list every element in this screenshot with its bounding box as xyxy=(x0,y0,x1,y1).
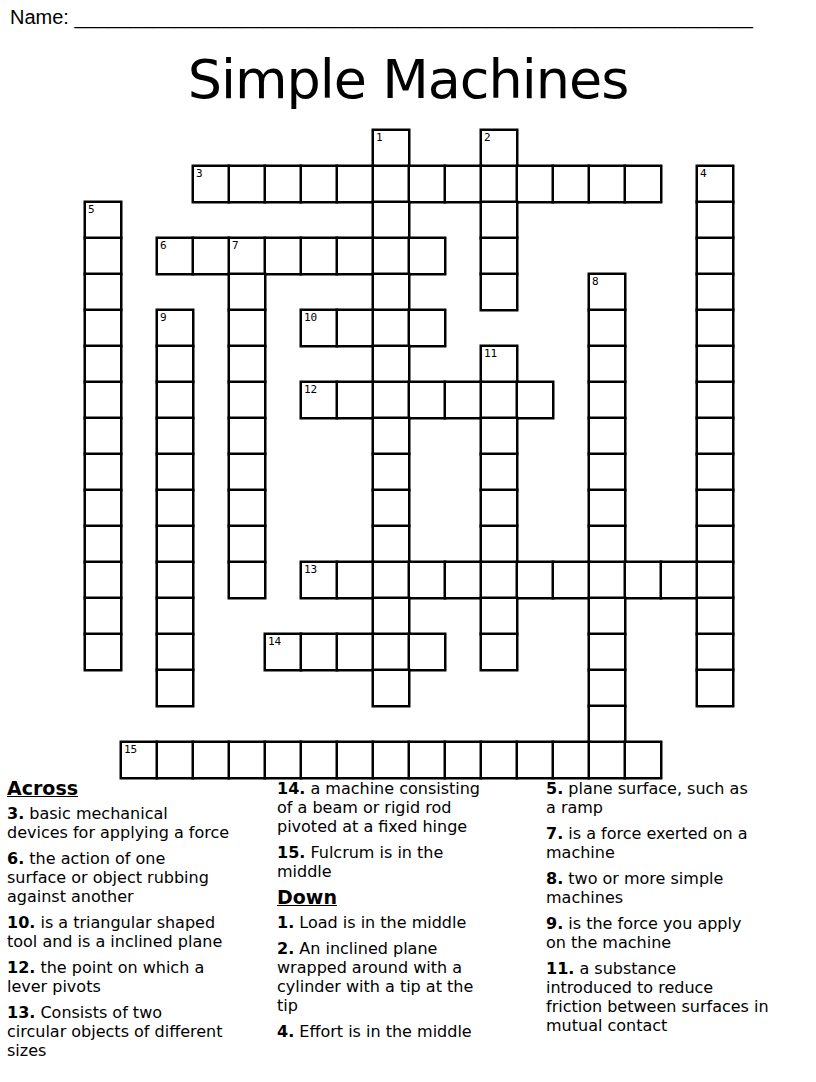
grid-cell-r1c3[interactable]: 3 xyxy=(193,166,229,202)
grid-cell-r14c17[interactable] xyxy=(697,634,733,670)
grid-clue-number-13: 13 xyxy=(304,563,317,576)
page-title: Simple Machines xyxy=(0,48,816,111)
grid-cell-r14c7[interactable] xyxy=(337,634,373,670)
grid-cell-r9c0[interactable] xyxy=(85,454,121,490)
grid-cell-r14c8[interactable] xyxy=(373,634,409,670)
down-header: Down xyxy=(277,888,541,907)
clue-across-14: 14. a machine consisting of a beam or ri… xyxy=(277,779,541,836)
clue-down-5: 5. plane surface, such as a ramp xyxy=(546,779,812,817)
grid-cell-r9c11[interactable] xyxy=(481,454,517,490)
grid-clue-number-8: 8 xyxy=(592,275,599,288)
grid-cell-r7c9[interactable] xyxy=(409,382,445,418)
grid-cell-r3c8[interactable] xyxy=(373,238,409,274)
clue-down-7: 7. is a force exerted on a machine xyxy=(546,824,812,862)
grid-cell-r8c11[interactable] xyxy=(481,418,517,454)
clue-number: 2. xyxy=(277,939,294,958)
grid-cell-r3c4[interactable]: 7 xyxy=(229,238,265,274)
grid-cell-r8c14[interactable] xyxy=(589,418,625,454)
clue-text: is the force you apply on the machine xyxy=(546,914,741,952)
grid-cell-r11c8[interactable] xyxy=(373,526,409,562)
grid-cell-r17c3[interactable] xyxy=(193,742,229,778)
grid-cell-r13c17[interactable] xyxy=(697,598,733,634)
clue-number: 4. xyxy=(277,1022,294,1041)
grid-cell-r2c8[interactable] xyxy=(373,202,409,238)
grid-cell-r13c11[interactable] xyxy=(481,598,517,634)
grid-cell-r9c14[interactable] xyxy=(589,454,625,490)
grid-clue-number-1: 1 xyxy=(376,131,383,144)
clue-number: 3. xyxy=(7,804,24,823)
clue-across-3: 3. basic mechanical devices for applying… xyxy=(7,804,275,842)
grid-cell-r14c0[interactable] xyxy=(85,634,121,670)
grid-cell-r7c10[interactable] xyxy=(445,382,481,418)
clue-number: 10. xyxy=(7,913,35,932)
grid-cell-r5c8[interactable] xyxy=(373,310,409,346)
grid-cell-r6c2[interactable] xyxy=(157,346,193,382)
grid-cell-r0c11[interactable]: 2 xyxy=(481,130,517,166)
grid-clue-number-14: 14 xyxy=(268,635,281,648)
grid-cell-r4c14[interactable]: 8 xyxy=(589,274,625,310)
grid-cell-r12c9[interactable] xyxy=(409,562,445,598)
grid-cell-r6c11[interactable]: 11 xyxy=(481,346,517,382)
grid-cell-r1c12[interactable] xyxy=(517,166,553,202)
clue-text: Load is in the middle xyxy=(294,913,466,932)
grid-cell-r3c7[interactable] xyxy=(337,238,373,274)
name-line: Name: __________________________________… xyxy=(10,6,753,29)
grid-cell-r4c8[interactable] xyxy=(373,274,409,310)
grid-cell-r3c17[interactable] xyxy=(697,238,733,274)
grid-cell-r12c10[interactable] xyxy=(445,562,481,598)
grid-cell-r8c2[interactable] xyxy=(157,418,193,454)
grid-cell-r11c17[interactable] xyxy=(697,526,733,562)
worksheet-page: Name: __________________________________… xyxy=(0,0,816,1082)
grid-cell-r1c9[interactable] xyxy=(409,166,445,202)
grid-cell-r12c0[interactable] xyxy=(85,562,121,598)
grid-cell-r5c14[interactable] xyxy=(589,310,625,346)
grid-cell-r10c14[interactable] xyxy=(589,490,625,526)
clue-text: a substance introduced to reduce frictio… xyxy=(546,959,769,1035)
clue-down-9: 9. is the force you apply on the machine xyxy=(546,914,812,952)
grid-cell-r17c10[interactable] xyxy=(445,742,481,778)
grid-cell-r5c7[interactable] xyxy=(337,310,373,346)
clue-down-2: 2. An inclined plane wrapped around with… xyxy=(277,939,541,1015)
grid-cell-r6c17[interactable] xyxy=(697,346,733,382)
clue-number: 15. xyxy=(277,843,305,862)
grid-cell-r5c0[interactable] xyxy=(85,310,121,346)
clue-across-10: 10. is a triangular shaped tool and is a… xyxy=(7,913,275,951)
crossword-grid: 123456789101112131415 xyxy=(85,130,733,778)
clue-text: plane surface, such as a ramp xyxy=(546,779,748,817)
grid-cell-r9c4[interactable] xyxy=(229,454,265,490)
grid-cell-r12c14[interactable] xyxy=(589,562,625,598)
clue-column-1: Across3. basic mechanical devices for ap… xyxy=(7,779,275,1067)
grid-cell-r7c0[interactable] xyxy=(85,382,121,418)
clue-across-15: 15. Fulcrum is in the middle xyxy=(277,843,541,881)
grid-cell-r10c17[interactable] xyxy=(697,490,733,526)
grid-cell-r1c13[interactable] xyxy=(553,166,589,202)
grid-cell-r14c9[interactable] xyxy=(409,634,445,670)
grid-cell-r12c17[interactable] xyxy=(697,562,733,598)
grid-clue-number-12: 12 xyxy=(304,383,317,396)
grid-cell-r17c9[interactable] xyxy=(409,742,445,778)
clue-column-3: 5. plane surface, such as a ramp7. is a … xyxy=(546,779,812,1042)
grid-cell-r10c8[interactable] xyxy=(373,490,409,526)
grid-cell-r1c10[interactable] xyxy=(445,166,481,202)
grid-cell-r2c17[interactable] xyxy=(697,202,733,238)
grid-cell-r5c17[interactable] xyxy=(697,310,733,346)
grid-cell-r3c5[interactable] xyxy=(265,238,301,274)
clue-number: 11. xyxy=(546,959,574,978)
grid-cell-r2c11[interactable] xyxy=(481,202,517,238)
grid-cell-r1c14[interactable] xyxy=(589,166,625,202)
grid-cell-r2c0[interactable]: 5 xyxy=(85,202,121,238)
clue-number: 6. xyxy=(7,849,24,868)
grid-cell-r12c4[interactable] xyxy=(229,562,265,598)
grid-cell-r13c8[interactable] xyxy=(373,598,409,634)
grid-cell-r15c14[interactable] xyxy=(589,670,625,706)
grid-cell-r12c11[interactable] xyxy=(481,562,517,598)
grid-cell-r15c8[interactable] xyxy=(373,670,409,706)
grid-cell-r7c14[interactable] xyxy=(589,382,625,418)
grid-cell-r15c17[interactable] xyxy=(697,670,733,706)
grid-cell-r5c2[interactable]: 9 xyxy=(157,310,193,346)
grid-cell-r1c17[interactable]: 4 xyxy=(697,166,733,202)
clue-text: is a force exerted on a machine xyxy=(546,824,748,862)
name-label: Name: xyxy=(10,6,69,28)
grid-clue-number-6: 6 xyxy=(160,239,167,252)
grid-cell-r4c0[interactable] xyxy=(85,274,121,310)
clue-column-2: 14. a machine consisting of a beam or ri… xyxy=(277,779,541,1048)
grid-cell-r8c0[interactable] xyxy=(85,418,121,454)
grid-cell-r15c2[interactable] xyxy=(157,670,193,706)
grid-cell-r4c4[interactable] xyxy=(229,274,265,310)
clue-text: the point on which a lever pivots xyxy=(7,958,204,996)
grid-cell-r17c2[interactable] xyxy=(157,742,193,778)
grid-cell-r12c16[interactable] xyxy=(661,562,697,598)
grid-cell-r7c4[interactable] xyxy=(229,382,265,418)
grid-cell-r1c4[interactable] xyxy=(229,166,265,202)
grid-cell-r17c6[interactable] xyxy=(301,742,337,778)
grid-cell-r11c11[interactable] xyxy=(481,526,517,562)
grid-cell-r7c12[interactable] xyxy=(517,382,553,418)
grid-cell-r12c15[interactable] xyxy=(625,562,661,598)
grid-cell-r5c6[interactable]: 10 xyxy=(301,310,337,346)
grid-cell-r3c0[interactable] xyxy=(85,238,121,274)
grid-cell-r1c11[interactable] xyxy=(481,166,517,202)
clue-text: basic mechanical devices for applying a … xyxy=(7,804,229,842)
grid-cell-r10c11[interactable] xyxy=(481,490,517,526)
clue-number: 9. xyxy=(546,914,563,933)
grid-cell-r17c4[interactable] xyxy=(229,742,265,778)
grid-cell-r12c12[interactable] xyxy=(517,562,553,598)
clue-across-6: 6. the action of one surface or object r… xyxy=(7,849,275,906)
grid-cell-r12c2[interactable] xyxy=(157,562,193,598)
grid-cell-r7c2[interactable] xyxy=(157,382,193,418)
grid-cell-r9c2[interactable] xyxy=(157,454,193,490)
grid-cell-r12c6[interactable]: 13 xyxy=(301,562,337,598)
clue-text: Consists of two circular objects of diff… xyxy=(7,1003,223,1060)
clue-text: a machine consisting of a beam or rigid … xyxy=(277,779,480,836)
clue-down-1: 1. Load is in the middle xyxy=(277,913,541,932)
grid-cell-r14c11[interactable] xyxy=(481,634,517,670)
clue-number: 5. xyxy=(546,779,563,798)
clue-number: 13. xyxy=(7,1003,35,1022)
grid-cell-r17c7[interactable] xyxy=(337,742,373,778)
grid-clue-number-5: 5 xyxy=(88,203,95,216)
grid-cell-r7c8[interactable] xyxy=(373,382,409,418)
grid-cell-r16c14[interactable] xyxy=(589,706,625,742)
grid-cell-r12c13[interactable] xyxy=(553,562,589,598)
grid-cell-r12c7[interactable] xyxy=(337,562,373,598)
grid-cell-r14c14[interactable] xyxy=(589,634,625,670)
across-header: Across xyxy=(7,779,275,798)
clue-number: 8. xyxy=(546,869,563,888)
clue-text: Effort is in the middle xyxy=(294,1022,471,1041)
grid-clue-number-11: 11 xyxy=(484,347,497,360)
grid-cell-r6c8[interactable] xyxy=(373,346,409,382)
clue-text: the action of one surface or object rubb… xyxy=(7,849,209,906)
grid-cell-r12c8[interactable] xyxy=(373,562,409,598)
clue-across-12: 12. the point on which a lever pivots xyxy=(7,958,275,996)
grid-cell-r11c14[interactable] xyxy=(589,526,625,562)
grid-cell-r7c17[interactable] xyxy=(697,382,733,418)
grid-cell-r17c11[interactable] xyxy=(481,742,517,778)
grid-cell-r5c4[interactable] xyxy=(229,310,265,346)
grid-cell-r10c4[interactable] xyxy=(229,490,265,526)
grid-cell-r1c8[interactable] xyxy=(373,166,409,202)
clue-number: 12. xyxy=(7,958,35,977)
grid-cell-r1c5[interactable] xyxy=(265,166,301,202)
grid-clue-number-2: 2 xyxy=(484,131,491,144)
grid-cell-r17c5[interactable] xyxy=(265,742,301,778)
grid-cell-r7c11[interactable] xyxy=(481,382,517,418)
grid-cell-r3c9[interactable] xyxy=(409,238,445,274)
grid-cell-r11c2[interactable] xyxy=(157,526,193,562)
grid-cell-r7c7[interactable] xyxy=(337,382,373,418)
grid-clue-number-3: 3 xyxy=(196,167,203,180)
clue-down-8: 8. two or more simple machines xyxy=(546,869,812,907)
grid-cell-r3c6[interactable] xyxy=(301,238,337,274)
clue-across-13: 13. Consists of two circular objects of … xyxy=(7,1003,275,1060)
grid-cell-r14c2[interactable] xyxy=(157,634,193,670)
grid-cell-r17c12[interactable] xyxy=(517,742,553,778)
grid-cell-r1c15[interactable] xyxy=(625,166,661,202)
grid-cell-r14c6[interactable] xyxy=(301,634,337,670)
grid-cell-r10c2[interactable] xyxy=(157,490,193,526)
clue-text: is a triangular shaped tool and is a inc… xyxy=(7,913,222,951)
grid-cell-r3c3[interactable] xyxy=(193,238,229,274)
clue-number: 7. xyxy=(546,824,563,843)
grid-cell-r4c11[interactable] xyxy=(481,274,517,310)
grid-cell-r17c1[interactable]: 15 xyxy=(121,742,157,778)
grid-cell-r17c8[interactable] xyxy=(373,742,409,778)
clue-text: An inclined plane wrapped around with a … xyxy=(277,939,473,1015)
grid-cell-r17c15[interactable] xyxy=(625,742,661,778)
grid-cell-r8c4[interactable] xyxy=(229,418,265,454)
grid-cell-r3c11[interactable] xyxy=(481,238,517,274)
grid-clue-number-4: 4 xyxy=(700,167,707,180)
clue-text: two or more simple machines xyxy=(546,869,723,907)
grid-cell-r8c17[interactable] xyxy=(697,418,733,454)
grid-clue-number-15: 15 xyxy=(124,743,137,756)
grid-cell-r5c9[interactable] xyxy=(409,310,445,346)
grid-cell-r6c4[interactable] xyxy=(229,346,265,382)
grid-cell-r9c8[interactable] xyxy=(373,454,409,490)
grid-cell-r11c4[interactable] xyxy=(229,526,265,562)
grid-cell-r7c6[interactable]: 12 xyxy=(301,382,337,418)
grid-clue-number-10: 10 xyxy=(304,311,317,324)
clue-down-11: 11. a substance introduced to reduce fri… xyxy=(546,959,812,1035)
grid-cell-r1c6[interactable] xyxy=(301,166,337,202)
grid-cell-r8c8[interactable] xyxy=(373,418,409,454)
grid-cell-r0c8[interactable]: 1 xyxy=(373,130,409,166)
clue-down-4: 4. Effort is in the middle xyxy=(277,1022,541,1041)
grid-cell-r13c14[interactable] xyxy=(589,598,625,634)
grid-cell-r10c0[interactable] xyxy=(85,490,121,526)
grid-cell-r11c0[interactable] xyxy=(85,526,121,562)
name-blank-line: ________________________________________… xyxy=(74,6,753,28)
grid-cell-r17c13[interactable] xyxy=(553,742,589,778)
clue-number: 14. xyxy=(277,779,305,798)
grid-cell-r13c2[interactable] xyxy=(157,598,193,634)
grid-cell-r9c17[interactable] xyxy=(697,454,733,490)
grid-cell-r4c17[interactable] xyxy=(697,274,733,310)
grid-cell-r1c7[interactable] xyxy=(337,166,373,202)
grid-cell-r6c14[interactable] xyxy=(589,346,625,382)
clue-number: 1. xyxy=(277,913,294,932)
grid-cell-r6c0[interactable] xyxy=(85,346,121,382)
grid-cell-r13c0[interactable] xyxy=(85,598,121,634)
grid-clue-number-7: 7 xyxy=(232,239,239,252)
grid-cell-r3c2[interactable]: 6 xyxy=(157,238,193,274)
grid-cell-r17c14[interactable] xyxy=(589,742,625,778)
grid-clue-number-9: 9 xyxy=(160,311,167,324)
grid-cell-r14c5[interactable]: 14 xyxy=(265,634,301,670)
